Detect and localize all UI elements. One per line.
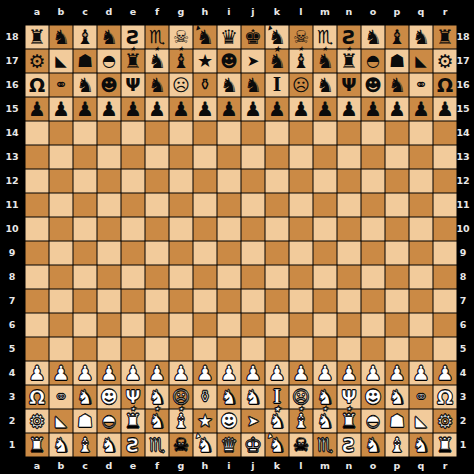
square-c17[interactable]: ☗ (73, 49, 97, 73)
square-k16[interactable]: I (265, 73, 289, 97)
square-k12[interactable] (265, 169, 289, 193)
square-n4[interactable]: ♟ (337, 361, 361, 385)
square-f12[interactable] (145, 169, 169, 193)
square-h11[interactable] (193, 193, 217, 217)
square-q5[interactable] (409, 337, 433, 361)
square-e12[interactable] (121, 169, 145, 193)
square-k9[interactable] (265, 241, 289, 265)
square-b2[interactable]: ◣ (49, 409, 73, 433)
square-q2[interactable]: ◣ (409, 409, 433, 433)
square-p16[interactable]: ♞ (385, 73, 409, 97)
square-c5[interactable] (73, 337, 97, 361)
square-e10[interactable] (121, 217, 145, 241)
square-f10[interactable] (145, 217, 169, 241)
square-n6[interactable] (337, 313, 361, 337)
square-h14[interactable] (193, 121, 217, 145)
square-g1[interactable]: ☠ (169, 433, 193, 457)
square-m13[interactable] (313, 145, 337, 169)
square-o10[interactable] (361, 217, 385, 241)
square-g15[interactable]: ♟ (169, 97, 193, 121)
square-j18[interactable]: ♚ (241, 25, 265, 49)
square-b1[interactable]: ♞ (49, 433, 73, 457)
square-i4[interactable]: ♟ (217, 361, 241, 385)
square-i8[interactable] (217, 265, 241, 289)
square-n5[interactable] (337, 337, 361, 361)
square-c2[interactable]: ☗ (73, 409, 97, 433)
square-q3[interactable]: ⚭ (409, 385, 433, 409)
square-c18[interactable]: ♝ (73, 25, 97, 49)
square-g16[interactable]: ☹ (169, 73, 193, 97)
square-e1[interactable]: Ƨ (121, 433, 145, 457)
square-l14[interactable] (289, 121, 313, 145)
square-k8[interactable] (265, 265, 289, 289)
square-f16[interactable]: ♞ (145, 73, 169, 97)
square-e13[interactable] (121, 145, 145, 169)
square-p11[interactable] (385, 193, 409, 217)
square-a2[interactable]: ⚙ (25, 409, 49, 433)
square-q13[interactable] (409, 145, 433, 169)
square-c10[interactable] (73, 217, 97, 241)
square-j6[interactable] (241, 313, 265, 337)
square-q14[interactable] (409, 121, 433, 145)
square-g9[interactable] (169, 241, 193, 265)
square-i12[interactable] (217, 169, 241, 193)
square-b8[interactable] (49, 265, 73, 289)
square-d18[interactable]: ♞ (97, 25, 121, 49)
square-k2[interactable]: ♞★ (265, 409, 289, 433)
square-l8[interactable] (289, 265, 313, 289)
square-i16[interactable]: ♞ (217, 73, 241, 97)
square-l10[interactable] (289, 217, 313, 241)
square-c16[interactable]: ♞ (73, 73, 97, 97)
square-m1[interactable]: ♏ (313, 433, 337, 457)
square-f11[interactable] (145, 193, 169, 217)
square-p7[interactable] (385, 289, 409, 313)
square-e14[interactable] (121, 121, 145, 145)
square-e4[interactable]: ♟ (121, 361, 145, 385)
square-d13[interactable] (97, 145, 121, 169)
square-a7[interactable] (25, 289, 49, 313)
square-m14[interactable] (313, 121, 337, 145)
square-p6[interactable] (385, 313, 409, 337)
square-a15[interactable]: ♟ (25, 97, 49, 121)
square-e5[interactable] (121, 337, 145, 361)
square-j7[interactable] (241, 289, 265, 313)
square-k6[interactable] (265, 313, 289, 337)
square-o12[interactable] (361, 169, 385, 193)
square-q11[interactable] (409, 193, 433, 217)
square-e9[interactable] (121, 241, 145, 265)
square-n16[interactable]: Ψ (337, 73, 361, 97)
square-q16[interactable]: ⚭ (409, 73, 433, 97)
square-l15[interactable]: ♟ (289, 97, 313, 121)
square-m7[interactable] (313, 289, 337, 313)
square-f13[interactable] (145, 145, 169, 169)
square-i13[interactable] (217, 145, 241, 169)
square-h3[interactable]: ⚱ (193, 385, 217, 409)
square-p13[interactable] (385, 145, 409, 169)
square-h2[interactable]: ★ (193, 409, 217, 433)
square-o1[interactable]: ♞ (361, 433, 385, 457)
crown-icon: ★ (289, 406, 313, 413)
square-a13[interactable] (25, 145, 49, 169)
square-a4[interactable]: ♟ (25, 361, 49, 385)
square-p15[interactable]: ♟ (385, 97, 409, 121)
square-c11[interactable] (73, 193, 97, 217)
square-f5[interactable] (145, 337, 169, 361)
square-b11[interactable] (49, 193, 73, 217)
square-m15[interactable]: ♟ (313, 97, 337, 121)
square-l12[interactable] (289, 169, 313, 193)
square-h9[interactable] (193, 241, 217, 265)
square-p12[interactable] (385, 169, 409, 193)
square-g6[interactable] (169, 313, 193, 337)
square-h7[interactable] (193, 289, 217, 313)
square-m2[interactable]: ♞★ (313, 409, 337, 433)
square-l5[interactable] (289, 337, 313, 361)
square-o16[interactable]: ☻ (361, 73, 385, 97)
square-m4[interactable]: ♟ (313, 361, 337, 385)
square-g13[interactable] (169, 145, 193, 169)
coordinate-label-file-p-bottom: p (385, 459, 409, 473)
square-o11[interactable] (361, 193, 385, 217)
square-i15[interactable]: ♟ (217, 97, 241, 121)
square-o17[interactable]: ◓ (361, 49, 385, 73)
square-p3[interactable]: ♞ (385, 385, 409, 409)
square-n9[interactable] (337, 241, 361, 265)
square-i18[interactable]: ♛ (217, 25, 241, 49)
square-o6[interactable] (361, 313, 385, 337)
square-p14[interactable] (385, 121, 409, 145)
square-n2[interactable]: ♜★ (337, 409, 361, 433)
square-n14[interactable] (337, 121, 361, 145)
square-a11[interactable] (25, 193, 49, 217)
square-d16[interactable]: ☻ (97, 73, 121, 97)
square-p2[interactable]: ☗ (385, 409, 409, 433)
square-k4[interactable]: ♟ (265, 361, 289, 385)
square-h1[interactable]: ♞▲ (193, 433, 217, 457)
square-o14[interactable] (361, 121, 385, 145)
square-j16[interactable]: ♞ (241, 73, 265, 97)
square-q1[interactable]: ♞ (409, 433, 433, 457)
square-o15[interactable]: ♟ (361, 97, 385, 121)
piece-black-troll-face: ☹ (289, 73, 313, 97)
square-c6[interactable] (73, 313, 97, 337)
square-o3[interactable]: ☻ (361, 385, 385, 409)
square-i14[interactable] (217, 121, 241, 145)
square-h8[interactable] (193, 265, 217, 289)
square-j9[interactable] (241, 241, 265, 265)
square-l1[interactable]: ☠ (289, 433, 313, 457)
square-g10[interactable] (169, 217, 193, 241)
square-e15[interactable]: ♟ (121, 97, 145, 121)
square-k11[interactable] (265, 193, 289, 217)
square-b18[interactable]: ♞ (49, 25, 73, 49)
square-h15[interactable]: ♟ (193, 97, 217, 121)
square-d3[interactable]: ☻ (97, 385, 121, 409)
square-n11[interactable] (337, 193, 361, 217)
square-m11[interactable] (313, 193, 337, 217)
square-o18[interactable]: ♞ (361, 25, 385, 49)
square-p1[interactable]: ♝ (385, 433, 409, 457)
square-e11[interactable] (121, 193, 145, 217)
square-i9[interactable] (217, 241, 241, 265)
square-k10[interactable] (265, 217, 289, 241)
square-c3[interactable]: ♞ (73, 385, 97, 409)
square-o13[interactable] (361, 145, 385, 169)
square-c14[interactable] (73, 121, 97, 145)
square-q7[interactable] (409, 289, 433, 313)
square-c9[interactable] (73, 241, 97, 265)
square-l6[interactable] (289, 313, 313, 337)
square-o5[interactable] (361, 337, 385, 361)
square-i10[interactable] (217, 217, 241, 241)
square-m6[interactable] (313, 313, 337, 337)
square-q12[interactable] (409, 169, 433, 193)
square-a18[interactable]: ♜ (25, 25, 49, 49)
square-j15[interactable]: ♟ (241, 97, 265, 121)
square-d9[interactable] (97, 241, 121, 265)
square-c8[interactable] (73, 265, 97, 289)
square-c15[interactable]: ♟ (73, 97, 97, 121)
square-m8[interactable] (313, 265, 337, 289)
square-h6[interactable] (193, 313, 217, 337)
square-l4[interactable]: ♟ (289, 361, 313, 385)
square-h4[interactable]: ♟ (193, 361, 217, 385)
square-b16[interactable]: ⚭ (49, 73, 73, 97)
square-q8[interactable] (409, 265, 433, 289)
square-g4[interactable]: ♟ (169, 361, 193, 385)
square-i17[interactable]: ☻ (217, 49, 241, 73)
square-a3[interactable]: Ω (25, 385, 49, 409)
square-q10[interactable] (409, 217, 433, 241)
square-c13[interactable] (73, 145, 97, 169)
coordinate-label-rank-16-left: 16 (1, 73, 23, 97)
square-j14[interactable] (241, 121, 265, 145)
square-h5[interactable] (193, 337, 217, 361)
square-o7[interactable] (361, 289, 385, 313)
square-o9[interactable] (361, 241, 385, 265)
square-a9[interactable] (25, 241, 49, 265)
square-k14[interactable] (265, 121, 289, 145)
square-f9[interactable] (145, 241, 169, 265)
square-g5[interactable] (169, 337, 193, 361)
square-f2[interactable]: ♞★ (145, 409, 169, 433)
square-g12[interactable] (169, 169, 193, 193)
square-h13[interactable] (193, 145, 217, 169)
square-j5[interactable] (241, 337, 265, 361)
square-b9[interactable] (49, 241, 73, 265)
square-d12[interactable] (97, 169, 121, 193)
piece-black-bear-face: ☻ (97, 73, 121, 97)
square-l7[interactable] (289, 289, 313, 313)
square-i5[interactable] (217, 337, 241, 361)
square-d17[interactable]: ◓ (97, 49, 121, 73)
square-p8[interactable] (385, 265, 409, 289)
square-a10[interactable] (25, 217, 49, 241)
square-m16[interactable]: ♞ (313, 73, 337, 97)
square-f7[interactable] (145, 289, 169, 313)
square-d15[interactable]: ♟ (97, 97, 121, 121)
square-m12[interactable] (313, 169, 337, 193)
square-p18[interactable]: ♝ (385, 25, 409, 49)
square-b4[interactable]: ♟ (49, 361, 73, 385)
square-b15[interactable]: ♟ (49, 97, 73, 121)
square-g7[interactable] (169, 289, 193, 313)
square-l9[interactable] (289, 241, 313, 265)
square-d1[interactable]: ♞ (97, 433, 121, 457)
square-e17[interactable]: ♜★ (121, 49, 145, 73)
square-i2[interactable]: ☻ (217, 409, 241, 433)
square-m5[interactable] (313, 337, 337, 361)
square-a1[interactable]: ♜ (25, 433, 49, 457)
piece-black-crocodile: ◣ (409, 49, 433, 73)
square-p17[interactable]: ☗ (385, 49, 409, 73)
square-g14[interactable] (169, 121, 193, 145)
square-k7[interactable] (265, 289, 289, 313)
square-n8[interactable] (337, 265, 361, 289)
square-n17[interactable]: ♜★ (337, 49, 361, 73)
square-g17[interactable]: ♝★ (169, 49, 193, 73)
square-h17[interactable]: ★ (193, 49, 217, 73)
square-j1[interactable]: ♚ (241, 433, 265, 457)
square-f4[interactable]: ♟ (145, 361, 169, 385)
square-j2[interactable]: ➤ (241, 409, 265, 433)
square-k15[interactable]: ♟ (265, 97, 289, 121)
square-h16[interactable]: ⚱ (193, 73, 217, 97)
square-b12[interactable] (49, 169, 73, 193)
square-f6[interactable] (145, 313, 169, 337)
square-n15[interactable]: ♟ (337, 97, 361, 121)
square-d11[interactable] (97, 193, 121, 217)
square-o8[interactable] (361, 265, 385, 289)
square-n12[interactable] (337, 169, 361, 193)
square-i11[interactable] (217, 193, 241, 217)
square-c12[interactable] (73, 169, 97, 193)
square-m9[interactable] (313, 241, 337, 265)
square-b17[interactable]: ◣ (49, 49, 73, 73)
square-p9[interactable] (385, 241, 409, 265)
square-b13[interactable] (49, 145, 73, 169)
square-d6[interactable] (97, 313, 121, 337)
square-i6[interactable] (217, 313, 241, 337)
square-k17[interactable]: ♞★ (265, 49, 289, 73)
square-d10[interactable] (97, 217, 121, 241)
square-j11[interactable] (241, 193, 265, 217)
square-j3[interactable]: ♞ (241, 385, 265, 409)
square-a17[interactable]: ⚙ (25, 49, 49, 73)
square-i1[interactable]: ♛ (217, 433, 241, 457)
square-j13[interactable] (241, 145, 265, 169)
square-h12[interactable] (193, 169, 217, 193)
square-b10[interactable] (49, 217, 73, 241)
square-b7[interactable] (49, 289, 73, 313)
square-n13[interactable] (337, 145, 361, 169)
piece-black-amazon-crowned-horse: ♞★ (265, 49, 289, 73)
square-l16[interactable]: ☹ (289, 73, 313, 97)
square-j17[interactable]: ➤ (241, 49, 265, 73)
square-p5[interactable] (385, 337, 409, 361)
square-f15[interactable]: ♟ (145, 97, 169, 121)
square-q15[interactable]: ♟ (409, 97, 433, 121)
square-d8[interactable] (97, 265, 121, 289)
square-n1[interactable]: Ƨ (337, 433, 361, 457)
square-a6[interactable] (25, 313, 49, 337)
square-o4[interactable]: ♟ (361, 361, 385, 385)
square-j8[interactable] (241, 265, 265, 289)
square-c7[interactable] (73, 289, 97, 313)
square-d4[interactable]: ♟ (97, 361, 121, 385)
square-q17[interactable]: ◣ (409, 49, 433, 73)
square-j4[interactable]: ♟ (241, 361, 265, 385)
square-g11[interactable] (169, 193, 193, 217)
square-a5[interactable] (25, 337, 49, 361)
square-n7[interactable] (337, 289, 361, 313)
square-a8[interactable] (25, 265, 49, 289)
square-f8[interactable] (145, 265, 169, 289)
square-c4[interactable]: ♟ (73, 361, 97, 385)
square-a14[interactable] (25, 121, 49, 145)
square-q4[interactable]: ♟ (409, 361, 433, 385)
square-e7[interactable] (121, 289, 145, 313)
square-m17[interactable]: ♞★ (313, 49, 337, 73)
square-f14[interactable] (145, 121, 169, 145)
square-q9[interactable] (409, 241, 433, 265)
square-q18[interactable]: ♞ (409, 25, 433, 49)
square-a12[interactable] (25, 169, 49, 193)
square-e6[interactable] (121, 313, 145, 337)
square-n10[interactable] (337, 217, 361, 241)
square-g8[interactable] (169, 265, 193, 289)
square-k1[interactable]: ♞▲ (265, 433, 289, 457)
square-d5[interactable] (97, 337, 121, 361)
square-e2[interactable]: ♜★ (121, 409, 145, 433)
square-b6[interactable] (49, 313, 73, 337)
square-p4[interactable]: ♟ (385, 361, 409, 385)
square-o2[interactable]: ◓ (361, 409, 385, 433)
square-l17[interactable]: ♝★ (289, 49, 313, 73)
square-i7[interactable] (217, 289, 241, 313)
square-k13[interactable] (265, 145, 289, 169)
square-a16[interactable]: Ω (25, 73, 49, 97)
square-m10[interactable] (313, 217, 337, 241)
square-b5[interactable] (49, 337, 73, 361)
square-i3[interactable]: ♞ (217, 385, 241, 409)
square-k5[interactable] (265, 337, 289, 361)
square-p10[interactable] (385, 217, 409, 241)
square-j10[interactable] (241, 217, 265, 241)
square-d2[interactable]: ◓ (97, 409, 121, 433)
square-b3[interactable]: ⚭ (49, 385, 73, 409)
square-h18[interactable]: ♞▲ (193, 25, 217, 49)
square-c1[interactable]: ♝ (73, 433, 97, 457)
square-g2[interactable]: ♝★ (169, 409, 193, 433)
square-l13[interactable] (289, 145, 313, 169)
square-f17[interactable]: ♞★ (145, 49, 169, 73)
square-f1[interactable]: ♏ (145, 433, 169, 457)
piece-white-bear-face: ☻ (361, 385, 385, 409)
square-q6[interactable] (409, 313, 433, 337)
square-j12[interactable] (241, 169, 265, 193)
square-l11[interactable] (289, 193, 313, 217)
square-e16[interactable]: Ψ (121, 73, 145, 97)
square-l2[interactable]: ♝★ (289, 409, 313, 433)
square-d7[interactable] (97, 289, 121, 313)
square-b14[interactable] (49, 121, 73, 145)
square-h10[interactable] (193, 217, 217, 241)
square-e8[interactable] (121, 265, 145, 289)
square-d14[interactable] (97, 121, 121, 145)
